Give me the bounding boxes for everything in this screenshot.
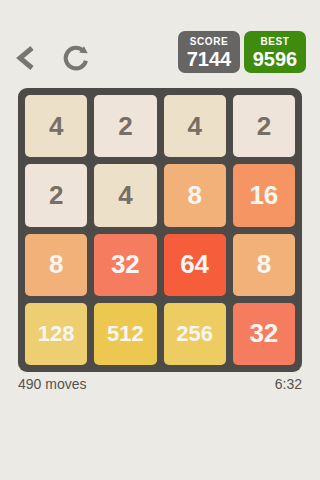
tile-r2c2: 64 — [164, 234, 226, 296]
restart-icon — [60, 61, 92, 76]
back-button[interactable] — [14, 44, 38, 72]
game-board[interactable]: 4 2 4 2 2 4 8 16 8 32 64 8 128 512 256 3… — [18, 88, 302, 372]
best-value: 9596 — [253, 48, 298, 70]
tile-r1c1: 4 — [94, 164, 156, 226]
score-label: SCORE — [190, 35, 229, 48]
restart-button[interactable] — [60, 41, 92, 73]
tile-r0c1: 2 — [94, 95, 156, 157]
tile-r0c0: 4 — [25, 95, 87, 157]
back-chevron-icon — [14, 60, 38, 75]
tile-r3c0: 128 — [25, 303, 87, 365]
tile-r3c3: 32 — [233, 303, 295, 365]
status-bar: 490 moves 6:32 — [18, 376, 302, 392]
timer: 6:32 — [275, 376, 302, 392]
tile-r0c3: 2 — [233, 95, 295, 157]
tile-r3c1: 512 — [94, 303, 156, 365]
tile-r1c0: 2 — [25, 164, 87, 226]
tile-r3c2: 256 — [164, 303, 226, 365]
tile-r1c3: 16 — [233, 164, 295, 226]
moves-counter: 490 moves — [18, 376, 86, 392]
tile-r2c3: 8 — [233, 234, 295, 296]
best-label: BEST — [260, 35, 289, 48]
score-panel: SCORE 7144 BEST 9596 — [178, 31, 306, 73]
score-value: 7144 — [187, 48, 232, 70]
tile-r1c2: 8 — [164, 164, 226, 226]
tile-r2c1: 32 — [94, 234, 156, 296]
score-badge: SCORE 7144 — [178, 31, 240, 73]
tile-r0c2: 4 — [164, 95, 226, 157]
best-badge: BEST 9596 — [244, 31, 306, 73]
tile-r2c0: 8 — [25, 234, 87, 296]
